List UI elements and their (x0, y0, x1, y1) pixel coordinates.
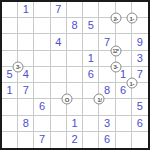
cell-r3c4[interactable]: 4 (51, 34, 67, 50)
mathrax-board: 178547913546171786658136726 2-1-12*3-3-1… (0, 0, 150, 150)
given-digit: 7 (39, 134, 45, 145)
cell-r8c1[interactable] (2, 116, 18, 132)
cell-r4c5[interactable] (67, 51, 83, 67)
cell-r9c4[interactable] (51, 132, 67, 148)
cell-r7c1[interactable] (2, 99, 18, 115)
given-digit: 6 (39, 101, 45, 112)
cell-r2c6[interactable]: 5 (83, 18, 99, 34)
given-digit: 6 (137, 118, 143, 129)
given-digit: 4 (23, 69, 29, 80)
cell-r4c3[interactable] (34, 51, 50, 67)
cell-r1c3[interactable] (34, 2, 50, 18)
cell-r9c2[interactable] (18, 132, 34, 148)
cell-r3c1[interactable] (2, 34, 18, 50)
cell-r3c2[interactable] (18, 34, 34, 50)
cell-r9c8[interactable] (116, 132, 132, 148)
cell-r2c2[interactable] (18, 18, 34, 34)
given-digit: 1 (120, 69, 126, 80)
cell-r7c8[interactable] (116, 99, 132, 115)
cell-r6c1[interactable]: 1 (2, 83, 18, 99)
cell-r8c6[interactable] (83, 116, 99, 132)
cell-r1c5[interactable] (67, 2, 83, 18)
given-digit: 1 (71, 118, 77, 129)
cell-r2c3[interactable] (34, 18, 50, 34)
given-digit: 6 (88, 69, 94, 80)
cell-r8c2[interactable]: 8 (18, 116, 34, 132)
given-digit: 7 (104, 37, 110, 48)
cell-r4c9[interactable]: 3 (132, 51, 148, 67)
cell-r1c4[interactable]: 7 (51, 2, 67, 18)
given-digit: 1 (88, 53, 94, 64)
cell-r1c6[interactable] (83, 2, 99, 18)
given-digit: 5 (7, 69, 13, 80)
cell-r6c3[interactable] (34, 83, 50, 99)
cell-r7c3[interactable]: 6 (34, 99, 50, 115)
cell-r5c6[interactable]: 6 (83, 67, 99, 83)
given-digit: 6 (104, 134, 110, 145)
cell-r6c2[interactable]: 7 (18, 83, 34, 99)
cell-r7c9[interactable]: 5 (132, 99, 148, 115)
clue-circle-1: 1/ (94, 94, 105, 105)
given-digit: 5 (137, 101, 143, 112)
cell-r4c6[interactable]: 1 (83, 51, 99, 67)
cell-r5c5[interactable] (67, 67, 83, 83)
cell-r2c5[interactable]: 8 (67, 18, 83, 34)
cell-r8c4[interactable] (51, 116, 67, 132)
cell-r8c9[interactable]: 6 (132, 116, 148, 132)
given-digit: 5 (88, 20, 94, 31)
given-digit: 3 (104, 118, 110, 129)
clue-circle-1: 1- (126, 13, 137, 24)
cell-r9c7[interactable]: 6 (99, 132, 115, 148)
cell-r9c1[interactable] (2, 132, 18, 148)
clue-circle-3: 3- (110, 61, 121, 72)
cell-r2c1[interactable] (2, 18, 18, 34)
clue-circle-2: 2- (110, 13, 121, 24)
cell-r5c3[interactable] (34, 67, 50, 83)
clue-circle-O: O (61, 94, 72, 105)
cell-r1c1[interactable] (2, 2, 18, 18)
cell-r3c9[interactable]: 9 (132, 34, 148, 50)
given-digit: 9 (137, 37, 143, 48)
given-digit: 8 (23, 118, 29, 129)
cell-r3c5[interactable] (67, 34, 83, 50)
given-digit: 7 (23, 85, 29, 96)
cell-r9c5[interactable]: 2 (67, 132, 83, 148)
puzzle-grid: 178547913546171786658136726 (2, 2, 148, 148)
cell-r4c4[interactable] (51, 51, 67, 67)
cell-r3c3[interactable] (34, 34, 50, 50)
given-digit: 7 (55, 4, 61, 15)
cell-r8c7[interactable]: 3 (99, 116, 115, 132)
given-digit: 4 (55, 37, 61, 48)
cell-r9c3[interactable]: 7 (34, 132, 50, 148)
given-digit: 3 (137, 53, 143, 64)
cell-r2c4[interactable] (51, 18, 67, 34)
cell-r9c6[interactable] (83, 132, 99, 148)
cell-r9c9[interactable] (132, 132, 148, 148)
cell-r7c2[interactable] (18, 99, 34, 115)
clue-circle-12: 12* (110, 45, 121, 56)
clue-circle-3: 3- (13, 61, 24, 72)
cell-r8c5[interactable]: 1 (67, 116, 83, 132)
given-digit: 2 (71, 134, 77, 145)
given-digit: 8 (104, 85, 110, 96)
given-digit: 1 (7, 85, 13, 96)
given-digit: 6 (120, 85, 126, 96)
cell-r1c2[interactable]: 1 (18, 2, 34, 18)
cell-r5c4[interactable] (51, 67, 67, 83)
clue-circle-1: 1- (126, 78, 137, 89)
cell-r8c3[interactable] (34, 116, 50, 132)
given-digit: 7 (137, 69, 143, 80)
cell-r8c8[interactable] (116, 116, 132, 132)
given-digit: 1 (23, 4, 29, 15)
given-digit: 8 (71, 20, 77, 31)
cell-r3c6[interactable] (83, 34, 99, 50)
